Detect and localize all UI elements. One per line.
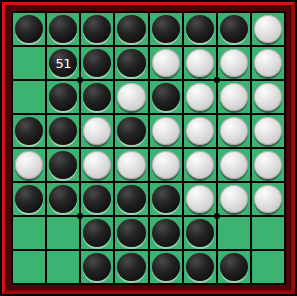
cell-h6[interactable] [252,183,284,215]
black-disc-a4 [15,117,43,145]
cell-f6[interactable] [184,183,216,215]
cell-c4[interactable] [81,115,113,147]
black-disc-c3 [83,83,111,111]
cell-h2[interactable] [252,47,284,79]
cell-a1[interactable] [13,13,45,45]
black-disc-c6 [83,185,111,213]
cell-g6[interactable] [218,183,250,215]
black-disc-e7 [152,219,180,247]
black-disc-g1 [220,15,248,43]
cell-f8[interactable] [184,251,216,283]
white-disc-c4 [83,117,111,145]
white-disc-d3 [117,83,145,111]
black-disc-f7 [186,219,214,247]
cell-e6[interactable] [150,183,182,215]
cell-g8[interactable] [218,251,250,283]
white-disc-d5 [117,151,145,179]
white-disc-f3 [186,83,214,111]
star-point [78,78,83,83]
black-disc-b6 [49,185,77,213]
cell-e5[interactable] [150,149,182,181]
white-disc-f6 [186,185,214,213]
black-disc-d8 [117,253,145,281]
cell-d2[interactable] [115,47,147,79]
cell-e1[interactable] [150,13,182,45]
white-disc-h4 [254,117,282,145]
cell-b8[interactable] [47,251,79,283]
white-disc-f5 [186,151,214,179]
cell-c6[interactable] [81,183,113,215]
cell-h5[interactable] [252,149,284,181]
last-move-number: 51 [49,49,77,77]
black-disc-f1 [186,15,214,43]
black-disc-a1 [15,15,43,43]
white-disc-h1 [254,15,282,43]
cell-d8[interactable] [115,251,147,283]
cell-g4[interactable] [218,115,250,147]
black-disc-d6 [117,185,145,213]
cell-f5[interactable] [184,149,216,181]
cell-e8[interactable] [150,251,182,283]
cell-e3[interactable] [150,81,182,113]
black-disc-c2 [83,49,111,77]
board-frame-inner: 51 [11,11,286,285]
black-disc-d4 [117,117,145,145]
cell-b6[interactable] [47,183,79,215]
white-disc-a5 [15,151,43,179]
cell-d3[interactable] [115,81,147,113]
cell-b2[interactable]: 51 [47,47,79,79]
cell-h7[interactable] [252,217,284,249]
othello-board: 51 [13,13,284,283]
cell-a4[interactable] [13,115,45,147]
white-disc-e4 [152,117,180,145]
cell-b4[interactable] [47,115,79,147]
black-disc-d7 [117,219,145,247]
white-disc-c5 [83,151,111,179]
white-disc-g2 [220,49,248,77]
black-disc-c8 [83,253,111,281]
cell-c5[interactable] [81,149,113,181]
black-disc-c1 [83,15,111,43]
cell-g1[interactable] [218,13,250,45]
cell-g3[interactable] [218,81,250,113]
black-disc-e1 [152,15,180,43]
cell-c2[interactable] [81,47,113,79]
othello-window: 51 [0,0,297,296]
black-disc-g8 [220,253,248,281]
cell-f2[interactable] [184,47,216,79]
white-disc-h5 [254,151,282,179]
black-disc-d2 [117,49,145,77]
cell-c8[interactable] [81,251,113,283]
cell-c1[interactable] [81,13,113,45]
cell-d5[interactable] [115,149,147,181]
cell-g7[interactable] [218,217,250,249]
black-disc-e8 [152,253,180,281]
cell-e2[interactable] [150,47,182,79]
cell-a5[interactable] [13,149,45,181]
black-disc-c7 [83,219,111,247]
cell-d1[interactable] [115,13,147,45]
cell-e4[interactable] [150,115,182,147]
white-disc-f2 [186,49,214,77]
cell-c7[interactable] [81,217,113,249]
star-point [78,214,83,219]
cell-f4[interactable] [184,115,216,147]
white-disc-f4 [186,117,214,145]
cell-g5[interactable] [218,149,250,181]
cell-h4[interactable] [252,115,284,147]
cell-a6[interactable] [13,183,45,215]
cell-d7[interactable] [115,217,147,249]
cell-e7[interactable] [150,217,182,249]
cell-a2[interactable] [13,47,45,79]
white-disc-g5 [220,151,248,179]
cell-b5[interactable] [47,149,79,181]
cell-h8[interactable] [252,251,284,283]
black-disc-b1 [49,15,77,43]
cell-b3[interactable] [47,81,79,113]
white-disc-g6 [220,185,248,213]
star-point [215,78,220,83]
cell-b7[interactable] [47,217,79,249]
cell-d6[interactable] [115,183,147,215]
cell-f3[interactable] [184,81,216,113]
black-disc-b2: 51 [49,49,77,77]
black-disc-e3 [152,83,180,111]
white-disc-e2 [152,49,180,77]
white-disc-h2 [254,49,282,77]
white-disc-h6 [254,185,282,213]
cell-a8[interactable] [13,251,45,283]
cell-g2[interactable] [218,47,250,79]
cell-h1[interactable] [252,13,284,45]
cell-d4[interactable] [115,115,147,147]
white-disc-h3 [254,83,282,111]
black-disc-e6 [152,185,180,213]
black-disc-b4 [49,117,77,145]
cell-f1[interactable] [184,13,216,45]
black-disc-d1 [117,15,145,43]
cell-a3[interactable] [13,81,45,113]
star-point [215,214,220,219]
black-disc-f8 [186,253,214,281]
cell-h3[interactable] [252,81,284,113]
cell-f7[interactable] [184,217,216,249]
black-disc-b3 [49,83,77,111]
white-disc-e5 [152,151,180,179]
cell-b1[interactable] [47,13,79,45]
black-disc-a6 [15,185,43,213]
cell-a7[interactable] [13,217,45,249]
cell-c3[interactable] [81,81,113,113]
black-disc-b5 [49,151,77,179]
white-disc-g4 [220,117,248,145]
white-disc-g3 [220,83,248,111]
